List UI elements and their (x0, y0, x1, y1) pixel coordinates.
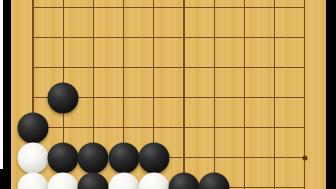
black-stone (138, 142, 169, 173)
black-stone (199, 172, 230, 189)
black-stone (78, 172, 109, 189)
grid-vertical-line (244, 0, 245, 189)
white-stone (138, 172, 169, 189)
black-stone (48, 82, 79, 113)
left-edge-sliver (0, 0, 3, 169)
grid-horizontal-line (32, 127, 305, 128)
black-stone (18, 112, 49, 143)
white-stone (48, 172, 79, 189)
go-board[interactable] (11, 0, 326, 189)
black-stone (48, 142, 79, 173)
black-stone (108, 142, 139, 173)
grid-horizontal-line (32, 37, 305, 38)
grid-horizontal-line (32, 67, 305, 68)
grid-vertical-line (304, 0, 305, 189)
grid-horizontal-line (32, 7, 305, 8)
white-stone (18, 142, 49, 173)
grid-vertical-line (183, 0, 184, 189)
grid-vertical-line (274, 0, 275, 189)
grid-vertical-line (214, 0, 215, 189)
star-point (302, 155, 307, 160)
black-stone (169, 172, 200, 189)
white-stone (18, 172, 49, 189)
go-app-screen (0, 0, 336, 189)
black-stone (78, 142, 109, 173)
white-stone (108, 172, 139, 189)
right-letterbox-bar (326, 0, 336, 189)
